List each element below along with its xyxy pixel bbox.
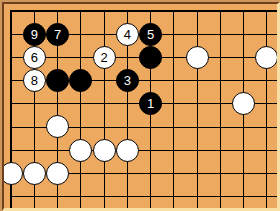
intersection — [186, 46, 209, 69]
intersection — [255, 69, 277, 92]
stone-white — [186, 46, 209, 69]
intersection — [23, 139, 46, 162]
intersection: 1 — [139, 92, 162, 115]
intersection — [162, 139, 185, 162]
stone-white: 4 — [116, 23, 139, 46]
intersection — [23, 115, 46, 138]
intersection — [116, 185, 139, 208]
stone-black: 7 — [46, 23, 69, 46]
intersection — [23, 92, 46, 115]
intersection — [92, 115, 115, 138]
intersection — [209, 4, 232, 23]
intersection — [92, 69, 115, 92]
intersection — [4, 92, 23, 115]
intersection — [116, 4, 139, 23]
intersection — [46, 139, 69, 162]
stone-white — [46, 115, 69, 138]
intersection — [255, 92, 277, 115]
stone-white: 6 — [23, 46, 46, 69]
intersection — [4, 46, 23, 69]
intersection — [232, 4, 255, 23]
intersection — [116, 92, 139, 115]
intersection — [162, 69, 185, 92]
intersection — [232, 46, 255, 69]
intersection — [162, 185, 185, 208]
intersection — [255, 185, 277, 208]
intersection — [139, 139, 162, 162]
stone-number: 8 — [31, 74, 38, 87]
intersection — [186, 69, 209, 92]
intersection — [69, 4, 92, 23]
intersection — [255, 139, 277, 162]
stone-black — [46, 69, 69, 92]
stone-white: 2 — [93, 46, 116, 69]
intersection — [162, 92, 185, 115]
intersection — [209, 92, 232, 115]
intersection — [69, 46, 92, 69]
intersection — [4, 185, 23, 208]
stone-white — [46, 162, 69, 185]
intersection — [162, 162, 185, 185]
intersection — [255, 115, 277, 138]
intersection — [139, 115, 162, 138]
intersection — [186, 23, 209, 46]
stone-white — [116, 139, 139, 162]
go-board: 974562831 — [2, 2, 280, 211]
intersection — [209, 115, 232, 138]
intersection — [69, 115, 92, 138]
intersection — [139, 162, 162, 185]
intersection — [139, 69, 162, 92]
intersection — [139, 46, 162, 69]
go-diagram-frame: 974562831 — [0, 0, 280, 211]
intersection — [232, 23, 255, 46]
intersection — [162, 4, 185, 23]
intersection — [139, 185, 162, 208]
intersection — [232, 162, 255, 185]
intersection — [255, 46, 277, 69]
intersection — [69, 92, 92, 115]
intersection — [46, 4, 69, 23]
intersection — [162, 23, 185, 46]
intersection — [92, 4, 115, 23]
intersection — [46, 185, 69, 208]
intersection — [92, 185, 115, 208]
intersection — [69, 23, 92, 46]
stone-white — [69, 139, 92, 162]
intersection: 2 — [92, 46, 115, 69]
intersection — [46, 92, 69, 115]
intersection — [209, 23, 232, 46]
intersection: 4 — [116, 23, 139, 46]
intersection — [255, 162, 277, 185]
intersection — [23, 4, 46, 23]
board-content: 974562831 — [4, 4, 277, 208]
intersection — [186, 4, 209, 23]
intersection — [162, 46, 185, 69]
stone-number: 6 — [31, 51, 38, 64]
stone-white: 8 — [23, 69, 46, 92]
intersection — [209, 46, 232, 69]
intersection — [116, 115, 139, 138]
intersection — [46, 46, 69, 69]
intersection: 3 — [116, 69, 139, 92]
stone-number: 2 — [100, 51, 107, 64]
intersection — [46, 162, 69, 185]
stone-white — [23, 162, 46, 185]
stone-number: 7 — [54, 28, 61, 41]
stone-white — [232, 92, 255, 115]
stone-white — [4, 162, 23, 185]
stone-black — [69, 69, 92, 92]
stone-black: 1 — [139, 92, 162, 115]
intersection — [139, 4, 162, 23]
intersection — [255, 4, 277, 23]
intersection — [4, 139, 23, 162]
intersection — [92, 92, 115, 115]
intersection — [209, 162, 232, 185]
intersection — [186, 115, 209, 138]
intersection — [232, 115, 255, 138]
intersection: 5 — [139, 23, 162, 46]
intersection — [232, 139, 255, 162]
intersection — [4, 69, 23, 92]
intersection — [23, 162, 46, 185]
intersection — [209, 139, 232, 162]
intersection — [4, 162, 23, 185]
intersection — [116, 46, 139, 69]
intersection — [209, 69, 232, 92]
stone-number: 9 — [31, 28, 38, 41]
intersection — [162, 115, 185, 138]
stone-number: 5 — [147, 28, 154, 41]
stone-black: 9 — [23, 23, 46, 46]
intersection — [46, 115, 69, 138]
stone-black: 3 — [116, 69, 139, 92]
intersection — [4, 4, 23, 23]
intersection: 7 — [46, 23, 69, 46]
intersection — [232, 69, 255, 92]
intersection — [69, 185, 92, 208]
intersection — [4, 23, 23, 46]
intersection: 9 — [23, 23, 46, 46]
stones-grid: 974562831 — [4, 4, 277, 208]
intersection — [23, 185, 46, 208]
stone-black: 5 — [139, 23, 162, 46]
stone-number: 1 — [147, 97, 154, 110]
stone-number: 3 — [124, 74, 131, 87]
intersection — [186, 92, 209, 115]
intersection — [4, 115, 23, 138]
intersection — [232, 92, 255, 115]
intersection — [116, 139, 139, 162]
stone-white — [93, 139, 116, 162]
intersection — [186, 139, 209, 162]
intersection — [69, 69, 92, 92]
intersection — [116, 162, 139, 185]
intersection — [255, 23, 277, 46]
intersection — [186, 162, 209, 185]
intersection — [92, 23, 115, 46]
intersection — [69, 162, 92, 185]
intersection: 8 — [23, 69, 46, 92]
intersection — [92, 139, 115, 162]
intersection — [92, 162, 115, 185]
intersection — [69, 139, 92, 162]
intersection — [46, 69, 69, 92]
intersection — [209, 185, 232, 208]
stone-number: 4 — [124, 28, 131, 41]
intersection: 6 — [23, 46, 46, 69]
stone-black — [139, 46, 162, 69]
stone-white — [255, 46, 277, 69]
intersection — [186, 185, 209, 208]
intersection — [232, 185, 255, 208]
